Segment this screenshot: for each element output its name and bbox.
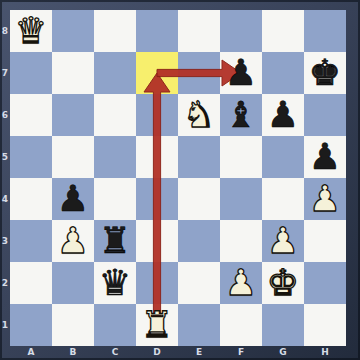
piece-white-pawn-b3[interactable]: ♟	[57, 220, 89, 262]
square-f1[interactable]	[220, 304, 262, 346]
square-a3[interactable]	[10, 220, 52, 262]
file-label-e: E	[178, 346, 220, 360]
square-h1[interactable]	[304, 304, 346, 346]
rank-label-5: 5	[0, 136, 10, 178]
rank-label-6: 6	[0, 94, 10, 136]
piece-white-pawn-f2[interactable]: ♟	[225, 262, 257, 304]
square-g8[interactable]	[262, 10, 304, 52]
square-a5[interactable]	[10, 136, 52, 178]
square-c2[interactable]: ♛	[94, 262, 136, 304]
square-h2[interactable]	[304, 262, 346, 304]
square-g5[interactable]	[262, 136, 304, 178]
square-b6[interactable]	[52, 94, 94, 136]
square-e4[interactable]	[178, 178, 220, 220]
square-e7[interactable]	[178, 52, 220, 94]
file-label-c: C	[94, 346, 136, 360]
piece-white-pawn-g3[interactable]: ♟	[267, 220, 299, 262]
square-c6[interactable]	[94, 94, 136, 136]
rank-label-8: 8	[0, 10, 10, 52]
square-c7[interactable]	[94, 52, 136, 94]
file-label-b: B	[52, 346, 94, 360]
square-f3[interactable]	[220, 220, 262, 262]
square-g4[interactable]	[262, 178, 304, 220]
file-label-a: A	[10, 346, 52, 360]
file-label-h: H	[304, 346, 346, 360]
file-label-g: G	[262, 346, 304, 360]
square-b7[interactable]	[52, 52, 94, 94]
square-a8[interactable]: ♛	[10, 10, 52, 52]
rank-label-1: 1	[0, 304, 10, 346]
piece-white-pawn-h4[interactable]: ♟	[309, 178, 341, 220]
piece-white-rook-d1[interactable]: ♜	[141, 304, 173, 346]
square-g2[interactable]: ♚	[262, 262, 304, 304]
square-f5[interactable]	[220, 136, 262, 178]
rank-label-7: 7	[0, 52, 10, 94]
square-g6[interactable]: ♟	[262, 94, 304, 136]
square-b8[interactable]	[52, 10, 94, 52]
piece-black-bishop-f6[interactable]: ♝	[225, 94, 257, 136]
board: ♛♟♚♞♝♟♟♟♟♟♜♟♛♟♚♜	[10, 10, 346, 346]
square-d3[interactable]	[136, 220, 178, 262]
piece-white-queen-a8[interactable]: ♛	[15, 10, 47, 52]
square-g7[interactable]	[262, 52, 304, 94]
square-f6[interactable]: ♝	[220, 94, 262, 136]
square-e3[interactable]	[178, 220, 220, 262]
square-f7[interactable]: ♟	[220, 52, 262, 94]
square-e5[interactable]	[178, 136, 220, 178]
piece-black-rook-c3[interactable]: ♜	[99, 220, 131, 262]
chess-board-frame: ♛♟♚♞♝♟♟♟♟♟♜♟♛♟♚♜ 87654321 ABCDEFGH	[0, 0, 360, 360]
square-b2[interactable]	[52, 262, 94, 304]
square-c8[interactable]	[94, 10, 136, 52]
square-e8[interactable]	[178, 10, 220, 52]
square-a1[interactable]	[10, 304, 52, 346]
piece-white-knight-e6[interactable]: ♞	[183, 94, 215, 136]
file-label-d: D	[136, 346, 178, 360]
piece-black-king-h7[interactable]: ♚	[309, 52, 341, 94]
square-f8[interactable]	[220, 10, 262, 52]
piece-black-pawn-h5[interactable]: ♟	[309, 136, 341, 178]
square-e6[interactable]: ♞	[178, 94, 220, 136]
piece-black-pawn-g6[interactable]: ♟	[267, 94, 299, 136]
piece-black-queen-c2[interactable]: ♛	[99, 262, 131, 304]
square-c1[interactable]	[94, 304, 136, 346]
piece-white-king-g2[interactable]: ♚	[267, 262, 299, 304]
square-d8[interactable]	[136, 10, 178, 52]
square-f2[interactable]: ♟	[220, 262, 262, 304]
square-e2[interactable]	[178, 262, 220, 304]
square-e1[interactable]	[178, 304, 220, 346]
rank-label-2: 2	[0, 262, 10, 304]
square-h8[interactable]	[304, 10, 346, 52]
square-d2[interactable]	[136, 262, 178, 304]
piece-black-pawn-b4[interactable]: ♟	[57, 178, 89, 220]
square-b4[interactable]: ♟	[52, 178, 94, 220]
square-a2[interactable]	[10, 262, 52, 304]
square-d4[interactable]	[136, 178, 178, 220]
square-c4[interactable]	[94, 178, 136, 220]
square-h4[interactable]: ♟	[304, 178, 346, 220]
square-g1[interactable]	[262, 304, 304, 346]
square-d6[interactable]	[136, 94, 178, 136]
square-f4[interactable]	[220, 178, 262, 220]
square-h6[interactable]	[304, 94, 346, 136]
square-a4[interactable]	[10, 178, 52, 220]
square-b3[interactable]: ♟	[52, 220, 94, 262]
square-h7[interactable]: ♚	[304, 52, 346, 94]
square-d7[interactable]	[136, 52, 178, 94]
square-d1[interactable]: ♜	[136, 304, 178, 346]
square-b5[interactable]	[52, 136, 94, 178]
square-a7[interactable]	[10, 52, 52, 94]
square-h3[interactable]	[304, 220, 346, 262]
square-c3[interactable]: ♜	[94, 220, 136, 262]
rank-label-4: 4	[0, 178, 10, 220]
rank-label-3: 3	[0, 220, 10, 262]
square-h5[interactable]: ♟	[304, 136, 346, 178]
square-c5[interactable]	[94, 136, 136, 178]
square-g3[interactable]: ♟	[262, 220, 304, 262]
square-b1[interactable]	[52, 304, 94, 346]
piece-black-pawn-f7[interactable]: ♟	[225, 52, 257, 94]
square-a6[interactable]	[10, 94, 52, 136]
square-d5[interactable]	[136, 136, 178, 178]
file-label-f: F	[220, 346, 262, 360]
